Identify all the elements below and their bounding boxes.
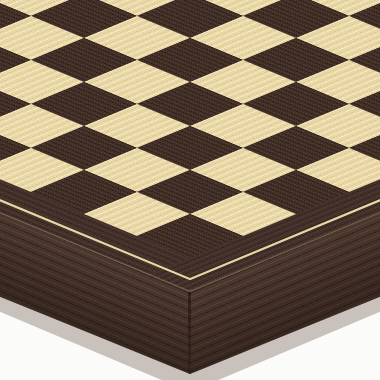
photo-stage (0, 0, 380, 380)
board-corner-edge (188, 292, 191, 374)
